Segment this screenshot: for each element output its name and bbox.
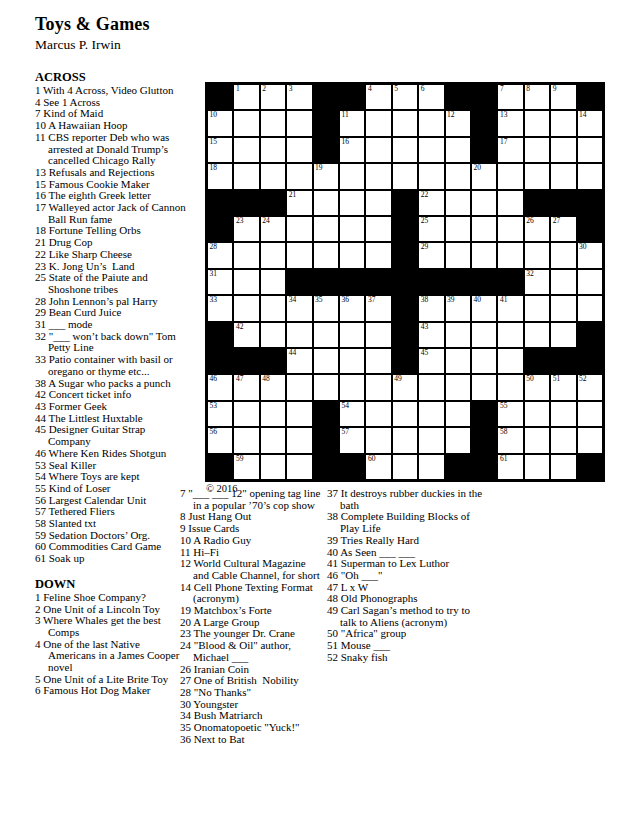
cell-r10c1 — [208, 323, 232, 347]
cell-r12c9[interactable] — [419, 375, 443, 399]
cell-number: 45 — [421, 349, 429, 358]
cell-r10c4[interactable] — [287, 323, 311, 347]
cell-r13c7[interactable] — [366, 402, 390, 426]
cell-r5c5[interactable] — [314, 191, 338, 215]
cell-r11c12[interactable] — [498, 349, 522, 373]
cell-r11c6[interactable] — [340, 349, 364, 373]
cell-r14c14[interactable] — [551, 428, 575, 452]
cell-r15c11 — [472, 455, 496, 479]
cell-r14c4[interactable] — [287, 428, 311, 452]
cell-r3c11 — [472, 138, 496, 162]
cell-r14c12[interactable]: 58 — [498, 428, 522, 452]
cell-r11c10[interactable] — [446, 349, 470, 373]
cell-r7c1[interactable]: 28 — [208, 243, 232, 267]
cell-r13c3[interactable] — [261, 402, 285, 426]
cell-r4c5[interactable]: 19 — [314, 164, 338, 188]
cell-r2c12[interactable]: 13 — [498, 111, 522, 135]
cell-number: 48 — [262, 375, 270, 384]
cell-r9c11[interactable]: 40 — [472, 296, 496, 320]
clue-across-32: 32 "___ won’t back down" Tom Petty Line — [35, 331, 187, 354]
cell-r13c2[interactable] — [234, 402, 258, 426]
cell-r5c11[interactable] — [472, 191, 496, 215]
cell-r9c13[interactable] — [525, 296, 549, 320]
clue-across-13: 13 Refusals and Rejections — [35, 167, 187, 179]
cell-r13c6[interactable]: 54 — [340, 402, 364, 426]
cell-r5c15 — [578, 191, 602, 215]
cell-r2c1[interactable]: 10 — [208, 111, 232, 135]
cell-r11c5[interactable] — [314, 349, 338, 373]
cell-r4c9[interactable] — [419, 164, 443, 188]
cell-number: 31 — [210, 270, 218, 279]
clue-down-4: 4 One of the last Native Americans in a … — [35, 639, 187, 674]
cell-r7c2[interactable] — [234, 243, 258, 267]
cell-number: 43 — [421, 323, 429, 332]
cell-r3c15[interactable] — [578, 138, 602, 162]
cell-r9c1[interactable]: 33 — [208, 296, 232, 320]
cell-r4c3[interactable] — [261, 164, 285, 188]
cell-r4c14[interactable] — [551, 164, 575, 188]
cell-r7c4[interactable] — [287, 243, 311, 267]
cell-r4c7[interactable] — [366, 164, 390, 188]
cell-r13c5 — [314, 402, 338, 426]
cell-r13c10[interactable] — [446, 402, 470, 426]
cell-number: 53 — [210, 402, 218, 411]
cell-r11c11[interactable] — [472, 349, 496, 373]
cell-r9c14[interactable] — [551, 296, 575, 320]
cell-r15c7[interactable]: 60 — [366, 455, 390, 479]
cell-r8c8 — [393, 270, 417, 294]
cell-number: 60 — [368, 455, 376, 464]
cell-r12c6[interactable] — [340, 375, 364, 399]
clue-across-61: 61 Soak up — [35, 553, 187, 565]
cell-r5c7[interactable] — [366, 191, 390, 215]
cell-r12c14[interactable]: 51 — [551, 375, 575, 399]
cell-r10c15 — [578, 323, 602, 347]
cell-r14c5 — [314, 428, 338, 452]
cell-r12c12[interactable] — [498, 375, 522, 399]
cell-r14c13[interactable] — [525, 428, 549, 452]
cell-r3c12[interactable]: 17 — [498, 138, 522, 162]
clue-across-25: 25 State of the Paiute and Shoshone trib… — [35, 272, 187, 295]
cell-r15c13[interactable] — [525, 455, 549, 479]
cell-r12c4[interactable] — [287, 375, 311, 399]
cell-r12c8[interactable]: 49 — [393, 375, 417, 399]
clue-across-55: 55 Kind of Loser — [35, 483, 187, 495]
cell-r11c3 — [261, 349, 285, 373]
cell-number: 38 — [421, 296, 429, 305]
cell-number: 18 — [210, 164, 218, 173]
cell-r9c6[interactable]: 36 — [340, 296, 364, 320]
clue-down-7: 7 "___ ___ 12" opening tag line in a pop… — [180, 488, 323, 511]
cell-r2c2[interactable] — [234, 111, 258, 135]
cell-number: 58 — [500, 428, 508, 437]
cell-r2c4[interactable] — [287, 111, 311, 135]
cell-r10c2[interactable]: 42 — [234, 323, 258, 347]
clue-down-1: 1 Feline Shoe Company? — [35, 592, 187, 604]
cell-r4c13[interactable] — [525, 164, 549, 188]
cell-r4c8[interactable] — [393, 164, 417, 188]
clue-across-17: 17 Walleyed actor Jack of Cannon Ball Ru… — [35, 202, 187, 225]
cell-r9c15[interactable] — [578, 296, 602, 320]
cell-r5c8 — [393, 191, 417, 215]
cell-r3c8[interactable] — [393, 138, 417, 162]
clue-down-38: 38 Complete Building Blocks of Play Life — [327, 511, 485, 534]
cell-number: 39 — [447, 296, 455, 305]
cell-r14c9[interactable] — [419, 428, 443, 452]
cell-r15c3[interactable] — [261, 455, 285, 479]
cell-r8c14[interactable] — [551, 270, 575, 294]
clue-down-37: 37 It destroys rubber duckies in the bat… — [327, 488, 485, 511]
cell-number: 25 — [421, 217, 429, 226]
cell-number: 4 — [368, 85, 372, 94]
cell-r9c3[interactable] — [261, 296, 285, 320]
cell-r11c8 — [393, 349, 417, 373]
cell-number: 1 — [236, 85, 240, 94]
cell-r12c1[interactable]: 46 — [208, 375, 232, 399]
cell-r8c2[interactable] — [234, 270, 258, 294]
cell-number: 46 — [210, 375, 218, 384]
cell-r6c11[interactable] — [472, 217, 496, 241]
clue-down-14: 14 Cell Phone Texting Format (acronym) — [180, 582, 323, 605]
cell-r1c3[interactable]: 2 — [261, 85, 285, 109]
cell-r2c15[interactable]: 14 — [578, 111, 602, 135]
cell-r9c12[interactable]: 41 — [498, 296, 522, 320]
cell-r14c8[interactable] — [393, 428, 417, 452]
cell-r11c15 — [578, 349, 602, 373]
cell-r15c5 — [314, 455, 338, 479]
cell-r8c12 — [498, 270, 522, 294]
cell-r14c15[interactable] — [578, 428, 602, 452]
cell-r1c8[interactable]: 5 — [393, 85, 417, 109]
cell-r3c1[interactable]: 15 — [208, 138, 232, 162]
cell-r11c14 — [551, 349, 575, 373]
cell-r7c6[interactable] — [340, 243, 364, 267]
cell-number: 8 — [526, 85, 530, 94]
cell-r2c3[interactable] — [261, 111, 285, 135]
cell-r8c5 — [314, 270, 338, 294]
cell-r7c13[interactable] — [525, 243, 549, 267]
cell-r6c6[interactable] — [340, 217, 364, 241]
cell-r5c14 — [551, 191, 575, 215]
cell-r8c13[interactable]: 32 — [525, 270, 549, 294]
cell-r9c5[interactable]: 35 — [314, 296, 338, 320]
cell-r1c14[interactable]: 9 — [551, 85, 575, 109]
cell-r10c8 — [393, 323, 417, 347]
cell-r3c3[interactable] — [261, 138, 285, 162]
cell-r9c8 — [393, 296, 417, 320]
cell-number: 23 — [236, 217, 244, 226]
cell-r6c7[interactable] — [366, 217, 390, 241]
clue-down-39: 39 Tries Really Hard — [327, 535, 485, 547]
cell-number: 14 — [579, 111, 587, 120]
cell-r2c7[interactable] — [366, 111, 390, 135]
cell-r12c3[interactable]: 48 — [261, 375, 285, 399]
cell-r5c12[interactable] — [498, 191, 522, 215]
cell-r14c10[interactable] — [446, 428, 470, 452]
cell-number: 9 — [553, 85, 557, 94]
cell-r7c9[interactable]: 29 — [419, 243, 443, 267]
clue-down-6: 6 Famous Hot Dog Maker — [35, 685, 187, 697]
down-clues-right: 37 It destroys rubber duckies in the bat… — [327, 488, 485, 664]
cell-r9c2[interactable] — [234, 296, 258, 320]
cell-r2c9[interactable] — [419, 111, 443, 135]
cell-r11c1 — [208, 349, 232, 373]
clue-column-right: 37 It destroys rubber duckies in the bat… — [327, 488, 485, 664]
clue-across-33: 33 Patio container with basil or oregano… — [35, 354, 187, 377]
cell-r5c4[interactable]: 21 — [287, 191, 311, 215]
cell-number: 49 — [394, 375, 402, 384]
cell-number: 35 — [315, 296, 323, 305]
across-header: ACROSS — [35, 70, 187, 84]
cell-r13c13[interactable] — [525, 402, 549, 426]
cell-r3c4[interactable] — [287, 138, 311, 162]
cell-r15c15 — [578, 455, 602, 479]
cell-number: 50 — [526, 375, 534, 384]
cell-r6c9[interactable]: 25 — [419, 217, 443, 241]
clue-across-31: 31 ___ mode — [35, 319, 187, 331]
cell-number: 52 — [579, 375, 587, 384]
cell-r12c5[interactable] — [314, 375, 338, 399]
clue-down-36: 36 Next to Bat — [180, 734, 323, 746]
cell-r8c10 — [446, 270, 470, 294]
cell-r11c4[interactable]: 44 — [287, 349, 311, 373]
cell-r1c1 — [208, 85, 232, 109]
cell-number: 12 — [447, 111, 455, 120]
cell-r4c10[interactable] — [446, 164, 470, 188]
cell-r5c9[interactable]: 22 — [419, 191, 443, 215]
across-clues: 1 With 4 Across, Video Glutton4 See 1 Ac… — [35, 85, 187, 565]
cell-number: 2 — [262, 85, 266, 94]
cell-r10c5[interactable] — [314, 323, 338, 347]
cell-r10c3[interactable] — [261, 323, 285, 347]
cell-r7c5[interactable] — [314, 243, 338, 267]
cell-number: 55 — [500, 402, 508, 411]
cell-r15c6 — [340, 455, 364, 479]
cell-r7c7[interactable] — [366, 243, 390, 267]
cell-r4c11[interactable]: 20 — [472, 164, 496, 188]
cell-r4c6[interactable] — [340, 164, 364, 188]
cell-r11c7[interactable] — [366, 349, 390, 373]
cell-r6c10[interactable] — [446, 217, 470, 241]
cell-number: 19 — [315, 164, 323, 173]
cell-number: 54 — [341, 402, 349, 411]
cell-r2c5 — [314, 111, 338, 135]
clue-across-58: 58 Slanted txt — [35, 518, 187, 530]
cell-number: 6 — [421, 85, 425, 94]
cell-r13c4[interactable] — [287, 402, 311, 426]
cell-r8c1[interactable]: 31 — [208, 270, 232, 294]
cell-r10c14[interactable] — [551, 323, 575, 347]
cell-r3c9[interactable] — [419, 138, 443, 162]
clue-down-52: 52 Snaky fish — [327, 652, 485, 664]
cell-r15c10 — [446, 455, 470, 479]
down-header: DOWN — [35, 577, 187, 591]
cell-r2c10[interactable]: 12 — [446, 111, 470, 135]
cell-r4c4[interactable] — [287, 164, 311, 188]
cell-r3c6[interactable]: 16 — [340, 138, 364, 162]
cell-r14c3[interactable] — [261, 428, 285, 452]
cell-number: 3 — [289, 85, 293, 94]
cell-number: 28 — [210, 243, 218, 252]
cell-r5c3 — [261, 191, 285, 215]
cell-r9c4[interactable]: 34 — [287, 296, 311, 320]
cell-r8c9 — [419, 270, 443, 294]
cell-r1c2[interactable]: 1 — [234, 85, 258, 109]
cell-r15c4[interactable] — [287, 455, 311, 479]
cell-r3c5 — [314, 138, 338, 162]
cell-r10c7[interactable] — [366, 323, 390, 347]
cell-r15c12[interactable]: 61 — [498, 455, 522, 479]
cell-r14c2[interactable] — [234, 428, 258, 452]
cell-r3c13[interactable] — [525, 138, 549, 162]
cell-r13c12[interactable]: 55 — [498, 402, 522, 426]
cell-r14c1[interactable]: 56 — [208, 428, 232, 452]
cell-r4c15[interactable] — [578, 164, 602, 188]
cell-r6c8 — [393, 217, 417, 241]
cell-r3c10[interactable] — [446, 138, 470, 162]
cell-r4c2[interactable] — [234, 164, 258, 188]
cell-number: 36 — [341, 296, 349, 305]
cell-r3c2[interactable] — [234, 138, 258, 162]
cell-number: 51 — [553, 375, 561, 384]
cell-r9c10[interactable]: 39 — [446, 296, 470, 320]
cell-number: 42 — [236, 323, 244, 332]
puzzle-page: Toys & Games Marcus P. Irwin ACROSS 1 Wi… — [0, 0, 640, 828]
cell-r1c6 — [340, 85, 364, 109]
clue-down-3: 3 Where Whales get the best Comps — [35, 615, 187, 638]
cell-r10c11[interactable] — [472, 323, 496, 347]
cell-r6c12[interactable] — [498, 217, 522, 241]
cell-r15c8[interactable] — [393, 455, 417, 479]
cell-r6c2[interactable]: 23 — [234, 217, 258, 241]
cell-r13c8[interactable] — [393, 402, 417, 426]
cell-number: 15 — [210, 138, 218, 147]
cell-r5c13 — [525, 191, 549, 215]
cell-r15c2[interactable]: 59 — [234, 455, 258, 479]
cell-r2c6[interactable]: 11 — [340, 111, 364, 135]
cell-number: 24 — [262, 217, 270, 226]
cell-r4c12[interactable] — [498, 164, 522, 188]
cell-r12c2[interactable]: 47 — [234, 375, 258, 399]
cell-r14c7[interactable] — [366, 428, 390, 452]
cell-r13c14[interactable] — [551, 402, 575, 426]
cell-r6c5[interactable] — [314, 217, 338, 241]
down-clues-middle: 7 "___ ___ 12" opening tag line in a pop… — [180, 488, 323, 745]
cell-r15c14[interactable] — [551, 455, 575, 479]
cell-r2c8[interactable] — [393, 111, 417, 135]
cell-r1c11 — [472, 85, 496, 109]
cell-r11c13 — [525, 349, 549, 373]
cell-r1c4[interactable]: 3 — [287, 85, 311, 109]
cell-number: 37 — [368, 296, 376, 305]
cell-r6c13[interactable]: 26 — [525, 217, 549, 241]
cell-r8c15[interactable] — [578, 270, 602, 294]
cell-r12c7[interactable] — [366, 375, 390, 399]
cell-number: 34 — [289, 296, 297, 305]
cell-r1c12[interactable]: 7 — [498, 85, 522, 109]
clue-across-22: 22 Like Sharp Cheese — [35, 249, 187, 261]
cell-r10c10[interactable] — [446, 323, 470, 347]
cell-number: 59 — [236, 455, 244, 464]
crossword-grid: 1234567891011121314151617181920212223242… — [205, 82, 605, 482]
cell-r15c9[interactable] — [419, 455, 443, 479]
cell-number: 29 — [421, 243, 429, 252]
cell-r5c10[interactable] — [446, 191, 470, 215]
cell-r6c14[interactable]: 27 — [551, 217, 575, 241]
cell-r1c7[interactable]: 4 — [366, 85, 390, 109]
cell-r3c7[interactable] — [366, 138, 390, 162]
cell-number: 22 — [421, 191, 429, 200]
puzzle-author: Marcus P. Irwin — [35, 37, 121, 53]
cell-r7c15[interactable]: 30 — [578, 243, 602, 267]
cell-r1c13[interactable]: 8 — [525, 85, 549, 109]
down-clues-left: 1 Feline Shoe Company?2 One Unit of a Li… — [35, 592, 187, 697]
clue-across-46: 46 Where Ken Rides Shotgun — [35, 448, 187, 460]
cell-r7c12[interactable] — [498, 243, 522, 267]
cell-r1c10 — [446, 85, 470, 109]
cell-r12c11[interactable] — [472, 375, 496, 399]
cell-r6c4[interactable] — [287, 217, 311, 241]
cell-r10c9[interactable]: 43 — [419, 323, 443, 347]
cell-r12c10[interactable] — [446, 375, 470, 399]
cell-r13c11 — [472, 402, 496, 426]
cell-r7c3[interactable] — [261, 243, 285, 267]
cell-r8c3[interactable] — [261, 270, 285, 294]
cell-r1c9[interactable]: 6 — [419, 85, 443, 109]
cell-r13c1[interactable]: 53 — [208, 402, 232, 426]
cell-r11c9[interactable]: 45 — [419, 349, 443, 373]
cell-number: 10 — [210, 111, 218, 120]
cell-r2c14[interactable] — [551, 111, 575, 135]
clue-down-24: 24 "Blood & Oil" author, Michael ___ — [180, 640, 323, 663]
clue-down-46: 46 "Oh ___" — [327, 570, 485, 582]
cell-r10c6[interactable] — [340, 323, 364, 347]
clue-down-19: 19 Matchbox’s Forte — [180, 605, 323, 617]
cell-r10c12[interactable] — [498, 323, 522, 347]
cell-r4c1[interactable]: 18 — [208, 164, 232, 188]
cell-r12c13[interactable]: 50 — [525, 375, 549, 399]
cell-number: 33 — [210, 296, 218, 305]
cell-r9c9[interactable]: 38 — [419, 296, 443, 320]
clue-down-12: 12 World Cultural Magazine and Cable Cha… — [180, 558, 323, 581]
cell-number: 61 — [500, 455, 508, 464]
cell-number: 40 — [473, 296, 481, 305]
cell-r5c2 — [234, 191, 258, 215]
cell-number: 20 — [473, 164, 481, 173]
cell-r2c13[interactable] — [525, 111, 549, 135]
cell-r13c9[interactable] — [419, 402, 443, 426]
cell-number: 47 — [236, 375, 244, 384]
cell-r7c14[interactable] — [551, 243, 575, 267]
cell-r9c7[interactable]: 37 — [366, 296, 390, 320]
cell-r12c15[interactable]: 52 — [578, 375, 602, 399]
cell-r8c11 — [472, 270, 496, 294]
cell-number: 26 — [526, 217, 534, 226]
cell-r14c6[interactable]: 57 — [340, 428, 364, 452]
cell-r5c6[interactable] — [340, 191, 364, 215]
cell-r7c10[interactable] — [446, 243, 470, 267]
cell-number: 13 — [500, 111, 508, 120]
cell-r6c3[interactable]: 24 — [261, 217, 285, 241]
cell-number: 16 — [341, 138, 349, 147]
cell-r10c13[interactable] — [525, 323, 549, 347]
clue-across-43: 43 Former Geek — [35, 401, 187, 413]
cell-r3c14[interactable] — [551, 138, 575, 162]
cell-r7c11[interactable] — [472, 243, 496, 267]
cell-number: 56 — [210, 428, 218, 437]
cell-r5c1 — [208, 191, 232, 215]
cell-r13c15[interactable] — [578, 402, 602, 426]
